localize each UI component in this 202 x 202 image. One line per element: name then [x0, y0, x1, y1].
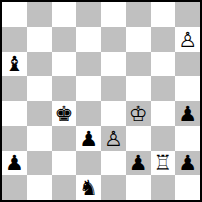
square-c7[interactable]	[52, 27, 77, 52]
square-a6[interactable]: ♝	[2, 52, 27, 77]
square-b8[interactable]	[27, 2, 52, 27]
square-e3[interactable]: ♙	[101, 126, 126, 151]
square-e8[interactable]	[101, 2, 126, 27]
square-g7[interactable]	[151, 27, 176, 52]
square-a2[interactable]: ♟	[2, 151, 27, 176]
piece-black-pawn[interactable]: ♟	[178, 153, 197, 174]
square-e4[interactable]	[101, 101, 126, 126]
piece-black-king[interactable]: ♚	[54, 104, 73, 125]
square-g1[interactable]	[151, 175, 176, 200]
square-f4[interactable]: ♔	[126, 101, 151, 126]
square-f8[interactable]	[126, 2, 151, 27]
square-d3[interactable]: ♟	[76, 126, 101, 151]
square-h6[interactable]	[175, 52, 200, 77]
square-h4[interactable]: ♟	[175, 101, 200, 126]
square-c3[interactable]	[52, 126, 77, 151]
square-a7[interactable]	[2, 27, 27, 52]
square-h2[interactable]: ♟	[175, 151, 200, 176]
piece-black-pawn[interactable]: ♟	[129, 153, 148, 174]
square-a1[interactable]	[2, 175, 27, 200]
chess-board: ♙♝♚♔♟♟♙♟♟♖♟♞	[2, 2, 200, 200]
square-f6[interactable]	[126, 52, 151, 77]
piece-white-pawn[interactable]: ♙	[104, 129, 123, 150]
square-a3[interactable]	[2, 126, 27, 151]
square-h1[interactable]	[175, 175, 200, 200]
piece-black-pawn[interactable]: ♟	[79, 129, 98, 150]
square-a5[interactable]	[2, 76, 27, 101]
square-e5[interactable]	[101, 76, 126, 101]
piece-white-pawn[interactable]: ♙	[178, 30, 197, 51]
square-h7[interactable]: ♙	[175, 27, 200, 52]
piece-black-bishop[interactable]: ♝	[5, 54, 24, 75]
square-c8[interactable]	[52, 2, 77, 27]
piece-black-pawn[interactable]: ♟	[178, 104, 197, 125]
square-g5[interactable]	[151, 76, 176, 101]
square-f5[interactable]	[126, 76, 151, 101]
square-d2[interactable]	[76, 151, 101, 176]
square-d8[interactable]	[76, 2, 101, 27]
square-b6[interactable]	[27, 52, 52, 77]
piece-black-pawn[interactable]: ♟	[5, 153, 24, 174]
square-h5[interactable]	[175, 76, 200, 101]
square-e1[interactable]	[101, 175, 126, 200]
square-g4[interactable]	[151, 101, 176, 126]
square-d4[interactable]	[76, 101, 101, 126]
square-d1[interactable]: ♞	[76, 175, 101, 200]
square-d7[interactable]	[76, 27, 101, 52]
square-c1[interactable]	[52, 175, 77, 200]
square-f1[interactable]	[126, 175, 151, 200]
square-b4[interactable]	[27, 101, 52, 126]
square-c4[interactable]: ♚	[52, 101, 77, 126]
square-c2[interactable]	[52, 151, 77, 176]
piece-black-knight[interactable]: ♞	[79, 178, 98, 199]
piece-white-king[interactable]: ♔	[129, 104, 148, 125]
square-f7[interactable]	[126, 27, 151, 52]
square-b1[interactable]	[27, 175, 52, 200]
square-c5[interactable]	[52, 76, 77, 101]
square-f2[interactable]: ♟	[126, 151, 151, 176]
chess-board-frame: ♙♝♚♔♟♟♙♟♟♖♟♞	[0, 0, 202, 202]
square-g8[interactable]	[151, 2, 176, 27]
square-h3[interactable]	[175, 126, 200, 151]
square-e6[interactable]	[101, 52, 126, 77]
square-e2[interactable]	[101, 151, 126, 176]
square-c6[interactable]	[52, 52, 77, 77]
square-e7[interactable]	[101, 27, 126, 52]
square-g3[interactable]	[151, 126, 176, 151]
square-d6[interactable]	[76, 52, 101, 77]
square-g2[interactable]: ♖	[151, 151, 176, 176]
square-b2[interactable]	[27, 151, 52, 176]
square-g6[interactable]	[151, 52, 176, 77]
square-h8[interactable]	[175, 2, 200, 27]
square-b5[interactable]	[27, 76, 52, 101]
piece-white-rook[interactable]: ♖	[153, 153, 172, 174]
square-d5[interactable]	[76, 76, 101, 101]
square-a8[interactable]	[2, 2, 27, 27]
square-b7[interactable]	[27, 27, 52, 52]
square-a4[interactable]	[2, 101, 27, 126]
square-f3[interactable]	[126, 126, 151, 151]
square-b3[interactable]	[27, 126, 52, 151]
